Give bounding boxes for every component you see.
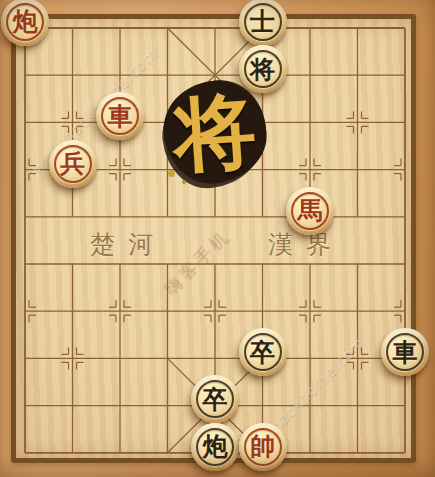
- piece-character: 将: [239, 45, 287, 93]
- piece-character: 炮: [191, 423, 239, 471]
- xiangqi-game-screen: 楚河 漢界 www.hackhome.com www.hackhome.com …: [0, 0, 435, 477]
- black-advisor-piece[interactable]: 士: [239, 0, 287, 46]
- red-chariot-piece[interactable]: 車: [96, 92, 144, 140]
- black-soldier-piece[interactable]: 卒: [239, 328, 287, 376]
- red-horse-piece[interactable]: 馬: [286, 187, 334, 235]
- piece-character: 馬: [286, 187, 334, 235]
- red-general-piece[interactable]: 帥: [239, 423, 287, 471]
- pieces-grid: 炮士将車兵馬卒車卒炮帥: [1, 4, 429, 476]
- red-cannon-piece[interactable]: 炮: [1, 0, 49, 46]
- black-soldier-piece[interactable]: 卒: [191, 375, 239, 423]
- piece-character: 車: [381, 328, 429, 376]
- red-soldier-piece[interactable]: 兵: [49, 140, 97, 188]
- piece-character: 士: [239, 0, 287, 46]
- piece-character: 炮: [1, 0, 49, 46]
- black-chariot-piece[interactable]: 車: [381, 328, 429, 376]
- black-general-piece[interactable]: 将: [239, 45, 287, 93]
- piece-character: 卒: [191, 375, 239, 423]
- piece-character: 兵: [49, 140, 97, 188]
- piece-character: 帥: [239, 423, 287, 471]
- black-cannon-piece[interactable]: 炮: [191, 423, 239, 471]
- piece-character: 車: [96, 92, 144, 140]
- piece-character: 卒: [239, 328, 287, 376]
